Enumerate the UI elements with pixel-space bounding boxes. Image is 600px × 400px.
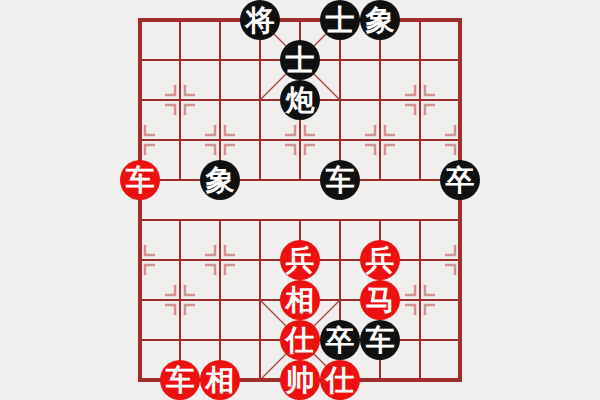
piece-red-soldier[interactable]: 兵 bbox=[280, 240, 320, 280]
piece-red-elephant[interactable]: 相 bbox=[280, 280, 320, 320]
piece-black-elephant[interactable]: 象 bbox=[360, 0, 400, 40]
piece-red-soldier[interactable]: 兵 bbox=[360, 240, 400, 280]
piece-red-horse[interactable]: 马 bbox=[360, 280, 400, 320]
piece-red-chariot[interactable]: 车 bbox=[160, 360, 200, 400]
piece-black-advisor[interactable]: 士 bbox=[320, 0, 360, 40]
pieces-layer: 将士象士炮车象车卒兵兵相马仕卒车车相帅仕 bbox=[0, 0, 600, 400]
piece-black-elephant[interactable]: 象 bbox=[200, 160, 240, 200]
piece-black-advisor[interactable]: 士 bbox=[280, 40, 320, 80]
piece-black-soldier[interactable]: 卒 bbox=[320, 320, 360, 360]
piece-black-cannon[interactable]: 炮 bbox=[280, 80, 320, 120]
piece-red-general[interactable]: 帅 bbox=[280, 360, 320, 400]
piece-red-advisor[interactable]: 仕 bbox=[280, 320, 320, 360]
piece-red-chariot[interactable]: 车 bbox=[120, 160, 160, 200]
piece-black-general[interactable]: 将 bbox=[240, 0, 280, 40]
piece-black-chariot[interactable]: 车 bbox=[320, 160, 360, 200]
xiangqi-app: 将士象士炮车象车卒兵兵相马仕卒车车相帅仕 bbox=[0, 0, 600, 400]
piece-black-chariot[interactable]: 车 bbox=[360, 320, 400, 360]
piece-red-advisor[interactable]: 仕 bbox=[320, 360, 360, 400]
piece-black-soldier[interactable]: 卒 bbox=[440, 160, 480, 200]
piece-red-elephant[interactable]: 相 bbox=[200, 360, 240, 400]
